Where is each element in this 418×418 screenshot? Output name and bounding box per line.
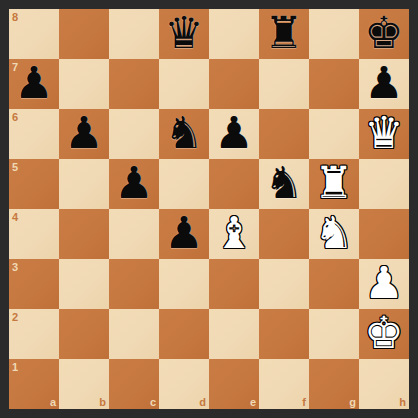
square-h7[interactable]: ♟ bbox=[359, 59, 409, 109]
rank-label-1: 1 bbox=[12, 361, 18, 373]
square-e6[interactable]: ♟ bbox=[209, 109, 259, 159]
black-rook-piece[interactable]: ♜ bbox=[259, 9, 309, 59]
square-d3[interactable] bbox=[159, 259, 209, 309]
square-c2[interactable] bbox=[109, 309, 159, 359]
board-frame: 8♛♜♚7♟♟6♟♞♟♛5♟♞♜4♟♝♞3♟2♚1abcdefgh bbox=[0, 0, 418, 418]
square-f5[interactable]: ♞ bbox=[259, 159, 309, 209]
black-pawn-piece[interactable]: ♟ bbox=[359, 59, 409, 109]
square-e2[interactable] bbox=[209, 309, 259, 359]
square-h1[interactable]: h bbox=[359, 359, 409, 409]
square-g5[interactable]: ♜ bbox=[309, 159, 359, 209]
file-label-c: c bbox=[150, 396, 156, 408]
black-knight-piece[interactable]: ♞ bbox=[259, 159, 309, 209]
file-label-h: h bbox=[399, 396, 406, 408]
square-f6[interactable] bbox=[259, 109, 309, 159]
square-d8[interactable]: ♛ bbox=[159, 9, 209, 59]
square-b6[interactable]: ♟ bbox=[59, 109, 109, 159]
rank-label-8: 8 bbox=[12, 11, 18, 23]
white-king-piece[interactable]: ♚ bbox=[359, 309, 409, 359]
square-f8[interactable]: ♜ bbox=[259, 9, 309, 59]
file-label-a: a bbox=[50, 396, 56, 408]
black-pawn-piece[interactable]: ♟ bbox=[209, 109, 259, 159]
square-f3[interactable] bbox=[259, 259, 309, 309]
square-g2[interactable] bbox=[309, 309, 359, 359]
square-a4[interactable]: 4 bbox=[9, 209, 59, 259]
square-c8[interactable] bbox=[109, 9, 159, 59]
square-a5[interactable]: 5 bbox=[9, 159, 59, 209]
square-d1[interactable]: d bbox=[159, 359, 209, 409]
square-c4[interactable] bbox=[109, 209, 159, 259]
file-label-g: g bbox=[349, 396, 356, 408]
square-e3[interactable] bbox=[209, 259, 259, 309]
black-pawn-piece[interactable]: ♟ bbox=[9, 59, 59, 109]
rank-label-4: 4 bbox=[12, 211, 18, 223]
file-label-f: f bbox=[302, 396, 306, 408]
square-g6[interactable] bbox=[309, 109, 359, 159]
square-f7[interactable] bbox=[259, 59, 309, 109]
file-label-b: b bbox=[99, 396, 106, 408]
square-e7[interactable] bbox=[209, 59, 259, 109]
square-h5[interactable] bbox=[359, 159, 409, 209]
square-c7[interactable] bbox=[109, 59, 159, 109]
square-h8[interactable]: ♚ bbox=[359, 9, 409, 59]
square-h4[interactable] bbox=[359, 209, 409, 259]
square-e8[interactable] bbox=[209, 9, 259, 59]
square-e1[interactable]: e bbox=[209, 359, 259, 409]
square-d2[interactable] bbox=[159, 309, 209, 359]
square-f2[interactable] bbox=[259, 309, 309, 359]
white-queen-piece[interactable]: ♛ bbox=[359, 109, 409, 159]
white-bishop-piece[interactable]: ♝ bbox=[209, 209, 259, 259]
chess-board: 8♛♜♚7♟♟6♟♞♟♛5♟♞♜4♟♝♞3♟2♚1abcdefgh bbox=[9, 9, 409, 409]
white-knight-piece[interactable]: ♞ bbox=[309, 209, 359, 259]
white-pawn-piece[interactable]: ♟ bbox=[359, 259, 409, 309]
black-king-piece[interactable]: ♚ bbox=[359, 9, 409, 59]
square-c6[interactable] bbox=[109, 109, 159, 159]
square-e5[interactable] bbox=[209, 159, 259, 209]
black-pawn-piece[interactable]: ♟ bbox=[59, 109, 109, 159]
square-b4[interactable] bbox=[59, 209, 109, 259]
square-d6[interactable]: ♞ bbox=[159, 109, 209, 159]
square-a3[interactable]: 3 bbox=[9, 259, 59, 309]
square-d5[interactable] bbox=[159, 159, 209, 209]
file-label-e: e bbox=[250, 396, 256, 408]
square-h3[interactable]: ♟ bbox=[359, 259, 409, 309]
square-a1[interactable]: 1a bbox=[9, 359, 59, 409]
square-h6[interactable]: ♛ bbox=[359, 109, 409, 159]
rank-label-5: 5 bbox=[12, 161, 18, 173]
square-c5[interactable]: ♟ bbox=[109, 159, 159, 209]
white-rook-piece[interactable]: ♜ bbox=[309, 159, 359, 209]
square-h2[interactable]: ♚ bbox=[359, 309, 409, 359]
square-f1[interactable]: f bbox=[259, 359, 309, 409]
square-c1[interactable]: c bbox=[109, 359, 159, 409]
black-pawn-piece[interactable]: ♟ bbox=[159, 209, 209, 259]
square-g7[interactable] bbox=[309, 59, 359, 109]
black-queen-piece[interactable]: ♛ bbox=[159, 9, 209, 59]
square-c3[interactable] bbox=[109, 259, 159, 309]
square-g4[interactable]: ♞ bbox=[309, 209, 359, 259]
square-b7[interactable] bbox=[59, 59, 109, 109]
square-a8[interactable]: 8 bbox=[9, 9, 59, 59]
square-d7[interactable] bbox=[159, 59, 209, 109]
square-a2[interactable]: 2 bbox=[9, 309, 59, 359]
square-e4[interactable]: ♝ bbox=[209, 209, 259, 259]
square-b8[interactable] bbox=[59, 9, 109, 59]
square-a6[interactable]: 6 bbox=[9, 109, 59, 159]
file-label-d: d bbox=[199, 396, 206, 408]
square-g1[interactable]: g bbox=[309, 359, 359, 409]
square-f4[interactable] bbox=[259, 209, 309, 259]
square-b1[interactable]: b bbox=[59, 359, 109, 409]
black-pawn-piece[interactable]: ♟ bbox=[109, 159, 159, 209]
square-a7[interactable]: 7♟ bbox=[9, 59, 59, 109]
square-b3[interactable] bbox=[59, 259, 109, 309]
square-b2[interactable] bbox=[59, 309, 109, 359]
rank-label-6: 6 bbox=[12, 111, 18, 123]
rank-label-2: 2 bbox=[12, 311, 18, 323]
square-g8[interactable] bbox=[309, 9, 359, 59]
black-knight-piece[interactable]: ♞ bbox=[159, 109, 209, 159]
rank-label-3: 3 bbox=[12, 261, 18, 273]
square-d4[interactable]: ♟ bbox=[159, 209, 209, 259]
square-g3[interactable] bbox=[309, 259, 359, 309]
square-b5[interactable] bbox=[59, 159, 109, 209]
